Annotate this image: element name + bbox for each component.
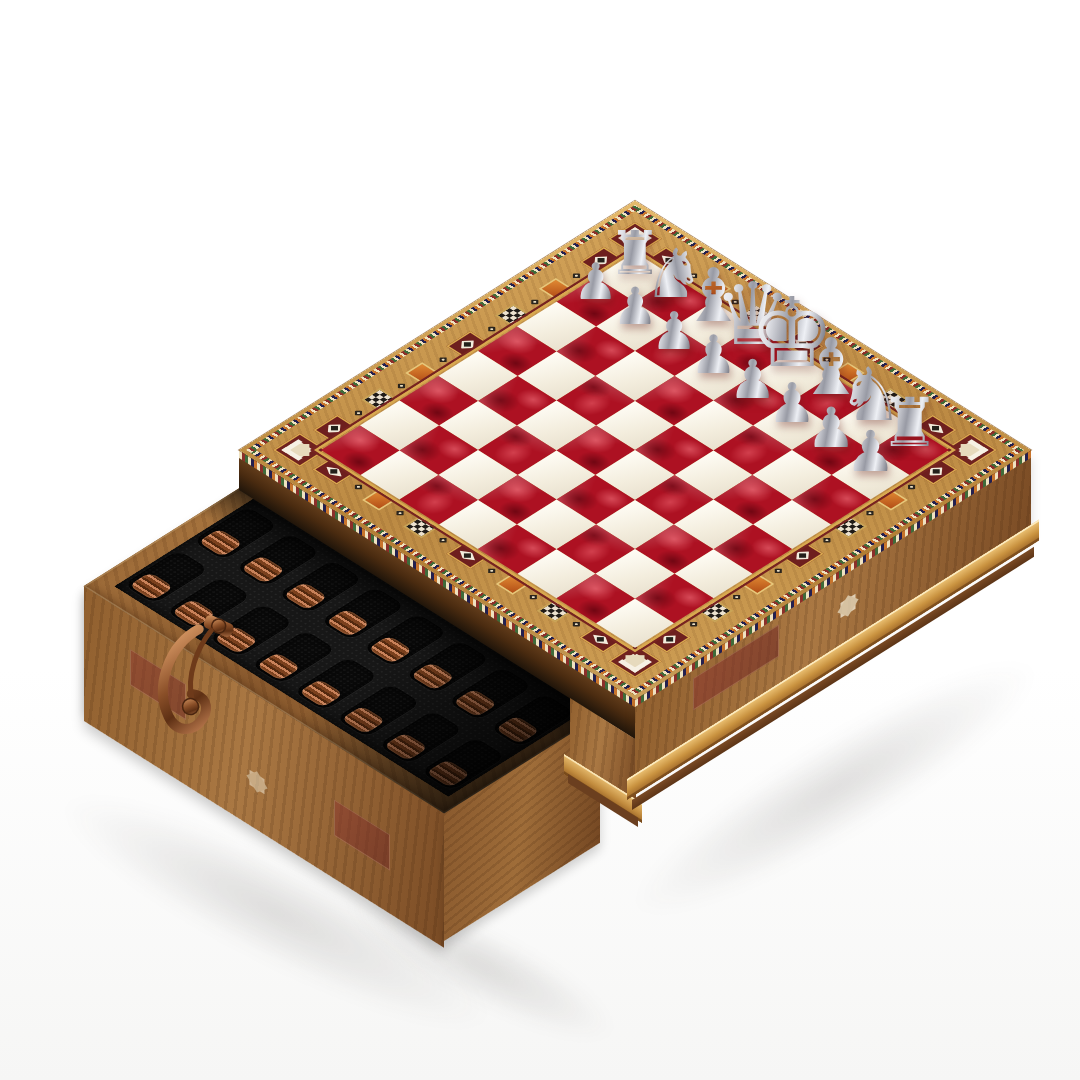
pearl-star-inlay (244, 761, 270, 803)
stored-bronze-piece (341, 706, 386, 735)
stored-bronze-piece (453, 689, 498, 718)
stored-bronze-piece (240, 555, 285, 584)
stored-bronze-piece (383, 732, 428, 761)
stored-bronze-piece (283, 582, 328, 611)
drawer-handle (138, 606, 250, 762)
pearl-star-inlay (835, 585, 861, 627)
drawer-inlay-red (334, 799, 390, 870)
stored-bronze-piece (368, 635, 413, 664)
stored-bronze-piece (325, 609, 370, 638)
stored-bronze-piece (495, 716, 540, 745)
stored-bronze-piece (256, 652, 301, 681)
stored-bronze-piece (129, 572, 174, 601)
stored-bronze-piece (298, 679, 343, 708)
stored-bronze-piece (410, 662, 455, 691)
product-photo-scene: ♜♞♝♛♚♝♞♜♟♟♟♟♟♟♟♟ (0, 0, 1080, 1080)
stored-bronze-piece (198, 528, 243, 557)
stored-bronze-piece (426, 759, 471, 788)
